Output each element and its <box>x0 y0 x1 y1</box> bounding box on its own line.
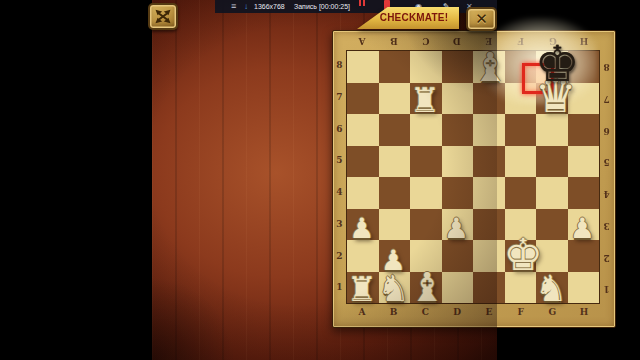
app-screen: ABCDEFGH ABCDEFGH 87654321 87654321 ♜♞♝♞… <box>0 0 640 360</box>
file-label-B: B <box>378 32 410 49</box>
piece-white-pawn-b2[interactable]: ♟ <box>378 247 410 275</box>
rank-label-7: 7 <box>599 82 614 114</box>
piece-white-rook-a1[interactable]: ♜ <box>346 272 378 306</box>
rank-labels-left: 87654321 <box>333 50 346 304</box>
piece-white-king-f2[interactable]: ♚ <box>504 233 536 277</box>
rank-label-4: 4 <box>599 177 614 209</box>
rank-label-2: 2 <box>333 241 346 273</box>
piece-white-rook-c7[interactable]: ♜ <box>409 83 441 117</box>
piece-white-bishop-e8[interactable]: ♝ <box>472 47 504 87</box>
rank-label-7: 7 <box>333 82 346 114</box>
rank-label-4: 4 <box>333 177 346 209</box>
chess-board: ABCDEFGH ABCDEFGH 87654321 87654321 ♜♞♝♞… <box>332 30 616 328</box>
rank-label-6: 6 <box>599 114 614 146</box>
piece-white-bishop-c1[interactable]: ♝ <box>409 267 441 307</box>
rank-label-6: 6 <box>333 114 346 146</box>
fullscreen-button[interactable] <box>148 3 178 30</box>
download-icon[interactable]: ↓ <box>244 0 248 13</box>
rank-label-5: 5 <box>333 145 346 177</box>
menu-icon[interactable]: ≡ <box>231 0 236 13</box>
rank-label-8: 8 <box>599 50 614 82</box>
file-label-H: H <box>568 304 600 324</box>
expand-arrows-icon <box>153 8 173 25</box>
recording-timer: Запись [00:00:25] <box>294 0 350 13</box>
rank-label-2: 2 <box>599 241 614 273</box>
rank-labels-right: 87654321 <box>599 50 614 304</box>
checkmate-banner: CHECKMATE! <box>357 7 459 29</box>
rank-label-3: 3 <box>599 209 614 241</box>
rank-label-5: 5 <box>599 145 614 177</box>
file-label-E: E <box>473 304 505 324</box>
file-label-D: D <box>441 32 473 49</box>
file-label-F: F <box>505 304 537 324</box>
rank-label-1: 1 <box>599 272 614 304</box>
piece-white-pawn-d3[interactable]: ♟ <box>441 215 473 243</box>
rank-label-1: 1 <box>333 272 346 304</box>
piece-black-king-g8[interactable]: ♚ <box>535 39 567 89</box>
close-button[interactable]: ✕ <box>466 7 497 31</box>
pieces-layer: ♜♞♝♞♟♚♟♟♟♜♛♝♚ <box>346 50 598 302</box>
rank-label-8: 8 <box>333 50 346 82</box>
resolution-label: 1366x768 <box>254 0 285 13</box>
file-label-F: F <box>505 32 537 49</box>
game-area: ABCDEFGH ABCDEFGH 87654321 87654321 ♜♞♝♞… <box>152 0 497 360</box>
file-label-D: D <box>441 304 473 324</box>
file-label-C: C <box>410 32 442 49</box>
rank-label-3: 3 <box>333 209 346 241</box>
file-label-A: A <box>346 32 378 49</box>
checkmate-banner-text: CHECKMATE! <box>357 7 459 29</box>
piece-white-pawn-h3[interactable]: ♟ <box>567 215 599 243</box>
piece-white-pawn-a3[interactable]: ♟ <box>346 215 378 243</box>
